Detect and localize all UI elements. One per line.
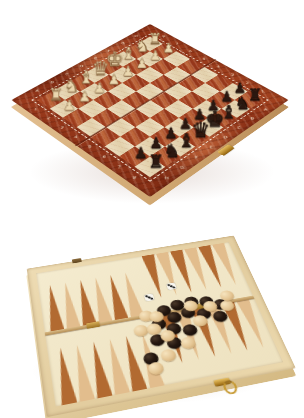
backgammon-photo bbox=[0, 208, 304, 418]
wood-checker bbox=[179, 336, 197, 350]
backgammon-far-catch-icon bbox=[72, 258, 82, 263]
backgammon-point bbox=[43, 284, 65, 333]
rank-label: 7 bbox=[117, 165, 121, 169]
chess-photo: ♜♞♝♛♚♝♞♜♟♟♟♟♟♟♟♟♟♟♟♟♟♟♟♟♜♞♝♛♚♝♞♜ HA18GB2… bbox=[0, 0, 304, 212]
square bbox=[136, 100, 165, 118]
rank-label: 4 bbox=[216, 65, 219, 68]
wood-checker bbox=[158, 329, 175, 343]
rank-label: 5 bbox=[88, 145, 92, 149]
wood-checker bbox=[160, 348, 178, 362]
file-label: A bbox=[264, 108, 268, 111]
file-label: C bbox=[65, 73, 69, 76]
file-label: C bbox=[237, 126, 241, 129]
backgammon-point bbox=[135, 332, 165, 388]
product-photo-canvas: ♜♞♝♛♚♝♞♜♟♟♟♟♟♟♟♟♟♟♟♟♟♟♟♟♜♞♝♛♚♝♞♜ HA18GB2… bbox=[0, 0, 304, 418]
backgammon-point bbox=[119, 335, 148, 392]
file-label: B bbox=[50, 81, 54, 84]
rank-label: 1 bbox=[34, 108, 38, 111]
black-checker bbox=[149, 333, 166, 347]
black-checker bbox=[165, 336, 183, 350]
backgammon-point bbox=[212, 243, 242, 286]
white-pawn: ♟ bbox=[58, 98, 80, 112]
black-rook: ♜ bbox=[144, 153, 168, 171]
black-checker bbox=[165, 322, 182, 335]
rank-label: 2 bbox=[47, 117, 51, 120]
file-label: H bbox=[165, 176, 169, 180]
file-label: B bbox=[251, 117, 255, 120]
black-checker bbox=[151, 318, 168, 331]
rank-label: 3 bbox=[231, 73, 234, 76]
backgammon-point bbox=[89, 276, 113, 324]
backgammon-point bbox=[59, 281, 81, 330]
wood-checker bbox=[192, 315, 209, 328]
rank-label: 5 bbox=[202, 58, 205, 61]
backgammon-point bbox=[159, 311, 189, 364]
file-label: G bbox=[121, 42, 125, 45]
square bbox=[121, 109, 150, 127]
backgammon-point bbox=[70, 343, 95, 401]
hinge-icon bbox=[86, 321, 100, 329]
rank-label: 8 bbox=[162, 35, 165, 38]
file-label: G bbox=[180, 166, 184, 170]
rank-label: 4 bbox=[74, 135, 78, 138]
file-label: E bbox=[209, 146, 213, 150]
file-label: H bbox=[134, 35, 137, 38]
point-quadrant bbox=[43, 271, 145, 332]
rank-label: 8 bbox=[133, 176, 137, 180]
black-checker bbox=[142, 351, 160, 365]
file-label: F bbox=[108, 50, 111, 53]
backgammon-far-half bbox=[36, 242, 254, 334]
file-label: F bbox=[195, 156, 198, 160]
backgammon-point bbox=[103, 338, 131, 395]
black-checker bbox=[181, 323, 199, 336]
backgammon-point bbox=[53, 346, 77, 405]
wood-checker bbox=[147, 361, 165, 376]
file-label: E bbox=[94, 57, 97, 60]
file-label: D bbox=[223, 136, 227, 139]
backgammon-point bbox=[74, 279, 97, 327]
wood-checker bbox=[146, 323, 163, 336]
backgammon-point bbox=[86, 341, 113, 399]
backgammon-point bbox=[236, 298, 271, 349]
point-quadrant bbox=[53, 332, 165, 406]
file-label: D bbox=[80, 65, 84, 68]
rank-label: 7 bbox=[175, 43, 178, 46]
rank-label: 6 bbox=[189, 50, 192, 53]
rank-label: 6 bbox=[102, 155, 106, 159]
rank-label: 3 bbox=[60, 126, 64, 129]
rank-label: 2 bbox=[245, 82, 249, 85]
wood-checker bbox=[132, 324, 149, 337]
backgammon-point bbox=[175, 309, 206, 362]
file-label: A bbox=[35, 89, 39, 92]
